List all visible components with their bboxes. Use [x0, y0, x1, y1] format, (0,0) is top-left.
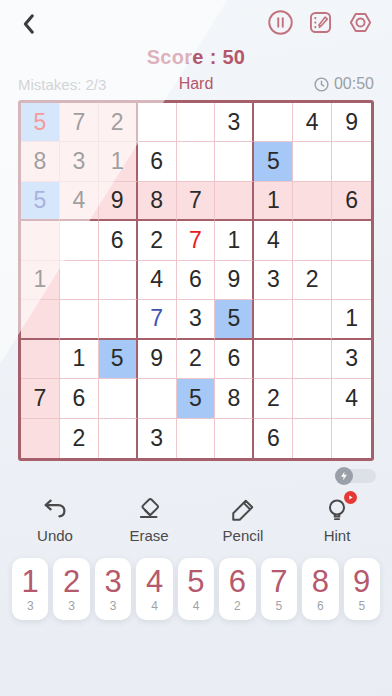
numpad-key-1[interactable]: 13	[12, 558, 48, 620]
action-bar: Undo Erase Pencil	[0, 495, 392, 544]
cell-r3c5[interactable]: 7	[177, 182, 216, 221]
numpad-digit: 4	[146, 566, 163, 599]
cell-r8c8[interactable]	[293, 379, 332, 418]
cell-r9c7[interactable]: 6	[254, 419, 293, 458]
numpad-remaining-count: 3	[68, 599, 75, 613]
cell-r9c9[interactable]	[332, 419, 371, 458]
cell-r1c1[interactable]: 5	[21, 103, 60, 142]
numpad-remaining-count: 4	[151, 599, 158, 613]
cell-r6c7[interactable]	[254, 300, 293, 339]
cell-r4c8[interactable]	[293, 221, 332, 260]
cell-r5c1[interactable]: 1	[21, 261, 60, 300]
cell-r8c9[interactable]: 4	[332, 379, 371, 418]
cell-r6c1[interactable]	[21, 300, 60, 339]
numpad-digit: 5	[187, 566, 204, 599]
cell-r3c7[interactable]: 1	[254, 182, 293, 221]
hint-label: Hint	[324, 527, 351, 544]
cell-r9c3[interactable]	[99, 419, 138, 458]
cell-r8c7[interactable]: 2	[254, 379, 293, 418]
sudoku-board: 5723498316554987166271414693273511592637…	[18, 100, 374, 461]
cell-r5c4[interactable]: 4	[138, 261, 177, 300]
cell-r2c4[interactable]: 6	[138, 142, 177, 181]
cell-r3c9[interactable]: 6	[332, 182, 371, 221]
numpad-remaining-count: 5	[358, 599, 365, 613]
cell-r2c1[interactable]: 8	[21, 142, 60, 181]
cell-r8c2[interactable]: 6	[60, 379, 99, 418]
numpad-key-5[interactable]: 54	[178, 558, 214, 620]
cell-r7c4[interactable]: 9	[138, 340, 177, 379]
cell-r5c5[interactable]: 6	[177, 261, 216, 300]
cell-r5c3[interactable]	[99, 261, 138, 300]
cell-r9c1[interactable]	[21, 419, 60, 458]
back-button[interactable]	[16, 10, 44, 38]
erase-button[interactable]: Erase	[102, 495, 196, 544]
cell-r8c3[interactable]	[99, 379, 138, 418]
pause-button[interactable]	[267, 9, 294, 36]
cell-r1c3[interactable]: 2	[99, 103, 138, 142]
numpad-key-2[interactable]: 23	[53, 558, 89, 620]
numpad-key-9[interactable]: 95	[344, 558, 380, 620]
cell-r1c4[interactable]	[138, 103, 177, 142]
cell-r5c2[interactable]	[60, 261, 99, 300]
numpad-key-4[interactable]: 44	[136, 558, 172, 620]
cell-r2c3[interactable]: 1	[99, 142, 138, 181]
lightning-icon	[339, 471, 349, 481]
numpad-remaining-count: 2	[234, 599, 241, 613]
numpad-digit: 7	[270, 566, 287, 599]
cell-r8c4[interactable]	[138, 379, 177, 418]
numpad-remaining-count: 3	[110, 599, 117, 613]
erase-icon	[134, 495, 164, 525]
cell-r8c6[interactable]: 8	[215, 379, 254, 418]
cell-r1c7[interactable]	[254, 103, 293, 142]
cell-r9c8[interactable]	[293, 419, 332, 458]
cell-r5c6[interactable]: 9	[215, 261, 254, 300]
cell-r1c8[interactable]: 4	[293, 103, 332, 142]
toggle-knob	[335, 467, 353, 485]
cell-r7c1[interactable]	[21, 340, 60, 379]
numpad-key-7[interactable]: 75	[261, 558, 297, 620]
score-text: Score : 50	[0, 46, 392, 69]
cell-r6c2[interactable]	[60, 300, 99, 339]
header	[0, 0, 392, 44]
numpad-remaining-count: 4	[193, 599, 200, 613]
cell-r5c9[interactable]	[332, 261, 371, 300]
cell-r3c4[interactable]: 8	[138, 182, 177, 221]
cell-r2c7[interactable]: 5	[254, 142, 293, 181]
cell-r8c5[interactable]: 5	[177, 379, 216, 418]
cell-r7c8[interactable]	[293, 340, 332, 379]
cell-r6c4[interactable]: 7	[138, 300, 177, 339]
cell-r2c8[interactable]	[293, 142, 332, 181]
theme-button[interactable]	[307, 9, 334, 36]
numpad: 132333445462758695	[0, 558, 392, 620]
cell-r3c3[interactable]: 9	[99, 182, 138, 221]
cell-r4c6[interactable]: 1	[215, 221, 254, 260]
erase-label: Erase	[129, 527, 168, 544]
cell-r5c8[interactable]: 2	[293, 261, 332, 300]
numpad-digit: 3	[104, 566, 121, 599]
cell-r9c2[interactable]: 2	[60, 419, 99, 458]
fast-mode-toggle[interactable]	[336, 469, 376, 483]
numpad-key-3[interactable]: 33	[95, 558, 131, 620]
cell-r3c2[interactable]: 4	[60, 182, 99, 221]
theme-pencil-icon	[307, 9, 334, 36]
cell-r1c9[interactable]: 9	[332, 103, 371, 142]
cell-r2c2[interactable]: 3	[60, 142, 99, 181]
pause-icon	[267, 9, 294, 36]
settings-button[interactable]	[347, 9, 374, 36]
numpad-remaining-count: 5	[276, 599, 283, 613]
timer-value: 00:50	[334, 75, 374, 93]
cell-r4c1[interactable]	[21, 221, 60, 260]
cell-r2c6[interactable]	[215, 142, 254, 181]
pencil-button[interactable]: Pencil	[196, 495, 290, 544]
mistakes-counter: Mistakes: 2/3	[18, 76, 106, 93]
undo-label: Undo	[37, 527, 73, 544]
numpad-digit: 2	[63, 566, 80, 599]
cell-r7c3[interactable]: 5	[99, 340, 138, 379]
cell-r2c5[interactable]	[177, 142, 216, 181]
cell-r7c2[interactable]: 1	[60, 340, 99, 379]
cell-r4c2[interactable]	[60, 221, 99, 260]
cell-r1c2[interactable]: 7	[60, 103, 99, 142]
cell-r4c5[interactable]: 7	[177, 221, 216, 260]
undo-button[interactable]: Undo	[8, 495, 102, 544]
cell-r4c3[interactable]: 6	[99, 221, 138, 260]
pencil-icon	[228, 495, 258, 525]
cell-r4c9[interactable]	[332, 221, 371, 260]
hint-button[interactable]: Hint	[290, 495, 384, 544]
cell-r1c5[interactable]	[177, 103, 216, 142]
numpad-remaining-count: 6	[317, 599, 324, 613]
cell-r4c7[interactable]: 4	[254, 221, 293, 260]
cell-r5c7[interactable]: 3	[254, 261, 293, 300]
cell-r7c9[interactable]: 3	[332, 340, 371, 379]
clock-icon	[313, 76, 330, 93]
back-icon	[16, 10, 44, 38]
cell-r1c6[interactable]: 3	[215, 103, 254, 142]
hint-play-badge	[344, 491, 357, 504]
cell-r9c4[interactable]: 3	[138, 419, 177, 458]
cell-r9c6[interactable]	[215, 419, 254, 458]
pencil-label: Pencil	[223, 527, 264, 544]
cell-r7c5[interactable]: 2	[177, 340, 216, 379]
timer: 00:50	[313, 75, 374, 93]
cell-r6c3[interactable]	[99, 300, 138, 339]
cell-r4c4[interactable]: 2	[138, 221, 177, 260]
cell-r2c9[interactable]	[332, 142, 371, 181]
cell-r6c8[interactable]	[293, 300, 332, 339]
undo-icon	[40, 495, 70, 525]
numpad-digit: 6	[229, 566, 246, 599]
numpad-digit: 8	[312, 566, 329, 599]
numpad-digit: 9	[353, 566, 370, 599]
cell-r6c9[interactable]: 1	[332, 300, 371, 339]
settings-icon	[347, 9, 374, 36]
cell-r6c5[interactable]: 3	[177, 300, 216, 339]
cell-r3c1[interactable]: 5	[21, 182, 60, 221]
cell-r6c6[interactable]: 5	[215, 300, 254, 339]
cell-r7c6[interactable]: 6	[215, 340, 254, 379]
cell-r3c8[interactable]	[293, 182, 332, 221]
numpad-key-8[interactable]: 86	[302, 558, 338, 620]
cell-r7c7[interactable]	[254, 340, 293, 379]
numpad-digit: 1	[22, 566, 39, 599]
cell-r9c5[interactable]	[177, 419, 216, 458]
cell-r3c6[interactable]	[215, 182, 254, 221]
numpad-remaining-count: 3	[27, 599, 34, 613]
cell-r8c1[interactable]: 7	[21, 379, 60, 418]
info-row: Mistakes: 2/3 Hard 00:50	[0, 75, 392, 93]
numpad-key-6[interactable]: 62	[219, 558, 255, 620]
hint-bulb-icon	[322, 495, 352, 525]
difficulty-label: Hard	[179, 75, 214, 93]
